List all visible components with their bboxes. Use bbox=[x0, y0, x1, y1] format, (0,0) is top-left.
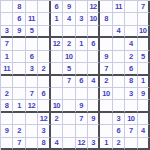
cell-r11c5[interactable] bbox=[51, 125, 63, 137]
cell-r10c6[interactable] bbox=[63, 113, 75, 125]
cell-r2c10[interactable] bbox=[113, 13, 125, 25]
cell-r9c9[interactable] bbox=[100, 100, 112, 112]
cell-r9c7[interactable]: 9 bbox=[76, 100, 88, 112]
cell-r9c5[interactable]: 10 bbox=[51, 100, 63, 112]
cell-r3c11[interactable] bbox=[125, 26, 137, 38]
cell-r6c4[interactable]: 2 bbox=[38, 63, 50, 75]
cell-r11c3[interactable] bbox=[26, 125, 38, 137]
cell-r2c6[interactable]: 4 bbox=[63, 13, 75, 25]
cell-r11c4[interactable]: 3 bbox=[38, 125, 50, 137]
cell-r10c5[interactable]: 2 bbox=[51, 113, 63, 125]
cell-r8c7[interactable] bbox=[76, 88, 88, 100]
cell-r3c9[interactable] bbox=[100, 26, 112, 38]
cell-r9c11[interactable] bbox=[125, 100, 137, 112]
cell-r5c5[interactable] bbox=[51, 51, 63, 63]
cell-r11c7[interactable] bbox=[76, 125, 88, 137]
cell-r2c4[interactable] bbox=[38, 13, 50, 25]
cell-r5c3[interactable]: 6 bbox=[26, 51, 38, 63]
cell-r6c7[interactable] bbox=[76, 63, 88, 75]
cell-r12c6[interactable] bbox=[63, 138, 75, 150]
cell-r11c2[interactable]: 2 bbox=[13, 125, 25, 137]
cell-r7c6[interactable]: 7 bbox=[63, 76, 75, 88]
cell-r7c8[interactable]: 4 bbox=[88, 76, 100, 88]
cell-r6c3[interactable]: 3 bbox=[26, 63, 38, 75]
cell-r10c4[interactable]: 12 bbox=[38, 113, 50, 125]
cell-r9c4[interactable] bbox=[38, 100, 50, 112]
cell-r6c1[interactable]: 11 bbox=[1, 63, 13, 75]
cell-r5c4[interactable] bbox=[38, 51, 50, 63]
cell-r1c11[interactable] bbox=[125, 1, 137, 13]
cell-r10c3[interactable] bbox=[26, 113, 38, 125]
cell-r7c4[interactable] bbox=[38, 76, 50, 88]
cell-r11c8[interactable] bbox=[88, 125, 100, 137]
cell-r8c3[interactable]: 7 bbox=[26, 88, 38, 100]
cell-r6c6[interactable]: 5 bbox=[63, 63, 75, 75]
cell-r7c10[interactable] bbox=[113, 76, 125, 88]
cell-r12c9[interactable]: 1 bbox=[100, 138, 112, 150]
cell-r4c5[interactable]: 12 bbox=[51, 38, 63, 50]
cell-r10c2[interactable] bbox=[13, 113, 25, 125]
cell-r1c10[interactable]: 11 bbox=[113, 1, 125, 13]
cell-r4c7[interactable]: 1 bbox=[76, 38, 88, 50]
cell-r4c1[interactable]: 7 bbox=[1, 38, 13, 50]
cell-r5c1[interactable]: 1 bbox=[1, 51, 13, 63]
cell-r9c10[interactable] bbox=[113, 100, 125, 112]
cell-r12c7[interactable]: 12 bbox=[76, 138, 88, 150]
sudoku-board: 8691211761114310839541071221641610925113… bbox=[0, 0, 150, 150]
cell-r10c10[interactable]: 3 bbox=[113, 113, 125, 125]
cell-r8c9[interactable]: 10 bbox=[100, 88, 112, 100]
cell-r10c7[interactable]: 7 bbox=[76, 113, 88, 125]
cell-r9c2[interactable]: 1 bbox=[13, 100, 25, 112]
cell-r9c6[interactable] bbox=[63, 100, 75, 112]
cell-r5c9[interactable]: 9 bbox=[100, 51, 112, 63]
cell-r6c11[interactable]: 6 bbox=[125, 63, 137, 75]
cell-r2c9[interactable]: 8 bbox=[100, 13, 112, 25]
cell-r12c1[interactable] bbox=[1, 138, 13, 150]
cell-r2c2[interactable]: 6 bbox=[13, 13, 25, 25]
cell-r4c6[interactable]: 2 bbox=[63, 38, 75, 50]
cell-r12c3[interactable] bbox=[26, 138, 38, 150]
cell-r6c10[interactable] bbox=[113, 63, 125, 75]
cell-r2c5[interactable]: 1 bbox=[51, 13, 63, 25]
cell-r11c12[interactable]: 4 bbox=[138, 125, 150, 137]
cell-r5c10[interactable] bbox=[113, 51, 125, 63]
cell-r3c6[interactable] bbox=[63, 26, 75, 38]
cell-r1c3[interactable] bbox=[26, 1, 38, 13]
cell-r5c11[interactable]: 2 bbox=[125, 51, 137, 63]
cell-r5c2[interactable] bbox=[13, 51, 25, 63]
cell-r12c2[interactable]: 7 bbox=[13, 138, 25, 150]
cell-r8c2[interactable] bbox=[13, 88, 25, 100]
cell-r11c11[interactable]: 7 bbox=[125, 125, 137, 137]
cell-r8c6[interactable] bbox=[63, 88, 75, 100]
cell-r12c5[interactable]: 4 bbox=[51, 138, 63, 150]
cell-r2c3[interactable]: 11 bbox=[26, 13, 38, 25]
cell-r7c1[interactable] bbox=[1, 76, 13, 88]
cell-r7c5[interactable] bbox=[51, 76, 63, 88]
cell-r4c4[interactable] bbox=[38, 38, 50, 50]
cell-r4c3[interactable] bbox=[26, 38, 38, 50]
cell-r8c4[interactable]: 6 bbox=[38, 88, 50, 100]
cell-r1c8[interactable]: 12 bbox=[88, 1, 100, 13]
cell-r5c12[interactable]: 5 bbox=[138, 51, 150, 63]
cell-r7c9[interactable]: 2 bbox=[100, 76, 112, 88]
cell-r11c6[interactable] bbox=[63, 125, 75, 137]
cell-r1c12[interactable]: 7 bbox=[138, 1, 150, 13]
cell-r8c8[interactable] bbox=[88, 88, 100, 100]
cell-r3c1[interactable]: 3 bbox=[1, 26, 13, 38]
cell-r1c9[interactable] bbox=[100, 1, 112, 13]
cell-r3c12[interactable]: 10 bbox=[138, 26, 150, 38]
cell-r5c8[interactable] bbox=[88, 51, 100, 63]
cell-r11c1[interactable]: 9 bbox=[1, 125, 13, 137]
cell-r11c9[interactable] bbox=[100, 125, 112, 137]
cell-r3c3[interactable]: 5 bbox=[26, 26, 38, 38]
cell-r12c12[interactable] bbox=[138, 138, 150, 150]
cell-r12c10[interactable]: 2 bbox=[113, 138, 125, 150]
cell-r12c4[interactable]: 8 bbox=[38, 138, 50, 150]
cell-r12c11[interactable] bbox=[125, 138, 137, 150]
cell-r4c2[interactable] bbox=[13, 38, 25, 50]
cell-r9c12[interactable] bbox=[138, 100, 150, 112]
cell-r1c2[interactable]: 8 bbox=[13, 1, 25, 13]
cell-r1c1[interactable] bbox=[1, 1, 13, 13]
cell-r3c4[interactable] bbox=[38, 26, 50, 38]
cell-r4c12[interactable] bbox=[138, 38, 150, 50]
cell-r9c1[interactable]: 8 bbox=[1, 100, 13, 112]
cell-r9c3[interactable]: 12 bbox=[26, 100, 38, 112]
cell-r6c2[interactable] bbox=[13, 63, 25, 75]
cell-r4c8[interactable]: 6 bbox=[88, 38, 100, 50]
cell-r9c8[interactable] bbox=[88, 100, 100, 112]
cell-r8c1[interactable]: 2 bbox=[1, 88, 13, 100]
cell-r8c12[interactable]: 9 bbox=[138, 88, 150, 100]
cell-r6c8[interactable] bbox=[88, 63, 100, 75]
cell-r6c12[interactable] bbox=[138, 63, 150, 75]
cell-r2c11[interactable] bbox=[125, 13, 137, 25]
cell-r1c4[interactable] bbox=[38, 1, 50, 13]
cell-r10c9[interactable] bbox=[100, 113, 112, 125]
cell-r7c11[interactable]: 8 bbox=[125, 76, 137, 88]
cell-r4c10[interactable] bbox=[113, 38, 125, 50]
cell-r10c8[interactable]: 9 bbox=[88, 113, 100, 125]
cell-r3c8[interactable] bbox=[88, 26, 100, 38]
cell-r5c6[interactable]: 10 bbox=[63, 51, 75, 63]
cell-r2c7[interactable]: 3 bbox=[76, 13, 88, 25]
cell-r3c10[interactable]: 4 bbox=[113, 26, 125, 38]
cell-r11c10[interactable]: 6 bbox=[113, 125, 125, 137]
cell-r10c1[interactable] bbox=[1, 113, 13, 125]
cell-r1c7[interactable] bbox=[76, 1, 88, 13]
cell-r2c12[interactable] bbox=[138, 13, 150, 25]
cell-r3c2[interactable]: 9 bbox=[13, 26, 25, 38]
cell-r1c6[interactable]: 9 bbox=[63, 1, 75, 13]
cell-r3c7[interactable] bbox=[76, 26, 88, 38]
cell-r4c9[interactable] bbox=[100, 38, 112, 50]
cell-r6c5[interactable] bbox=[51, 63, 63, 75]
cell-r1c5[interactable]: 6 bbox=[51, 1, 63, 13]
cell-r12c8[interactable]: 3 bbox=[88, 138, 100, 150]
cell-r2c8[interactable]: 10 bbox=[88, 13, 100, 25]
cell-r4c11[interactable]: 4 bbox=[125, 38, 137, 50]
cell-r6c9[interactable]: 7 bbox=[100, 63, 112, 75]
cell-r5c7[interactable] bbox=[76, 51, 88, 63]
cell-r2c1[interactable] bbox=[1, 13, 13, 25]
cell-r7c7[interactable]: 6 bbox=[76, 76, 88, 88]
cell-r7c2[interactable] bbox=[13, 76, 25, 88]
cell-r8c5[interactable] bbox=[51, 88, 63, 100]
cell-r7c12[interactable]: 1 bbox=[138, 76, 150, 88]
cell-r7c3[interactable] bbox=[26, 76, 38, 88]
cell-r8c11[interactable]: 3 bbox=[125, 88, 137, 100]
cell-r3c5[interactable] bbox=[51, 26, 63, 38]
cell-r10c12[interactable] bbox=[138, 113, 150, 125]
cell-r10c11[interactable]: 10 bbox=[125, 113, 137, 125]
cell-r8c10[interactable] bbox=[113, 88, 125, 100]
